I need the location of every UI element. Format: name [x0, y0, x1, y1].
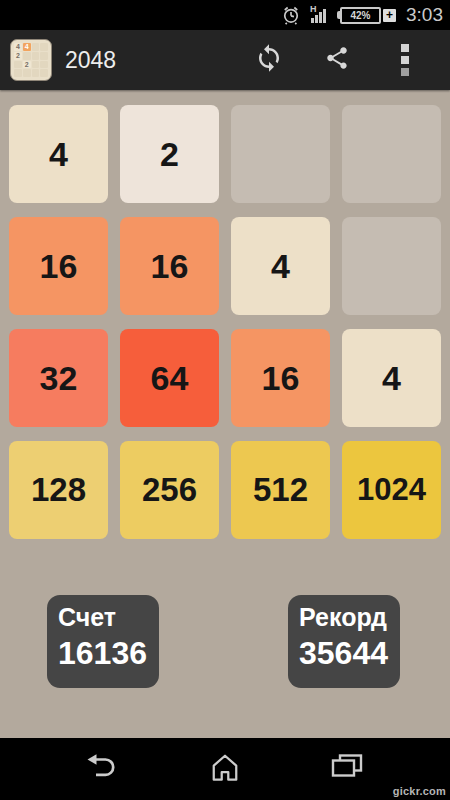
home-button[interactable] [210, 753, 240, 786]
empty-cell [342, 105, 441, 203]
app-title: 2048 [65, 47, 116, 74]
tile-16: 16 [231, 329, 330, 427]
app-bar-actions [254, 43, 440, 77]
app-icon-mini-cell [32, 61, 40, 69]
refresh-button[interactable] [254, 43, 284, 77]
tile-4: 4 [342, 329, 441, 427]
app-icon-mini-cell [32, 43, 40, 51]
signal-strength-icon: H [309, 5, 329, 25]
share-button[interactable] [322, 43, 352, 77]
recents-button[interactable] [330, 754, 363, 785]
tile-32: 32 [9, 329, 108, 427]
back-icon [84, 767, 116, 784]
tile-2: 2 [120, 105, 219, 203]
score-panel: Счет 16136 Рекорд 35644 [0, 595, 450, 688]
board[interactable]: 421616432641641282565121024 [0, 90, 450, 539]
app-icon-mini-tile-4: 4 [23, 43, 31, 51]
tile-4: 4 [9, 105, 108, 203]
recents-icon [330, 767, 363, 784]
charging-indicator: + [383, 9, 396, 22]
home-icon [210, 768, 240, 785]
clock-label: 3:03 [406, 4, 443, 26]
back-button[interactable] [84, 754, 116, 785]
app-icon-mini-cell [40, 69, 48, 77]
battery-icon: 42% + [337, 7, 396, 24]
overflow-icon [401, 44, 409, 76]
best-score-box: Рекорд 35644 [288, 595, 400, 688]
app-icon-mini-cell [40, 61, 48, 69]
alarm-icon [281, 5, 301, 25]
app-icon-mini-cell [40, 52, 48, 60]
app-icon-mini-tile-2: 2 [23, 61, 31, 69]
phone-screen: H 42% + 3:03 4422 2048 [0, 0, 450, 800]
sync-icon [254, 43, 284, 77]
app-icon-mini-cell [23, 69, 31, 77]
battery-percent-label: 42% [340, 7, 381, 24]
app-icon-mini-cell [40, 43, 48, 51]
app-icon-mini-cell [23, 52, 31, 60]
best-score-label: Рекорд [299, 602, 388, 633]
tile-16: 16 [120, 217, 219, 315]
app-bar: 4422 2048 [0, 30, 450, 90]
tile-1024: 1024 [342, 441, 441, 539]
best-score-value: 35644 [299, 633, 388, 673]
empty-cell [342, 217, 441, 315]
app-icon-2048: 4422 [10, 39, 52, 81]
tile-256: 256 [120, 441, 219, 539]
score-box: Счет 16136 [47, 595, 159, 688]
app-icon-mini-tile-2: 2 [14, 52, 22, 60]
tile-64: 64 [120, 329, 219, 427]
app-icon-mini-cell [32, 69, 40, 77]
tile-16: 16 [9, 217, 108, 315]
app-icon-mini-cell [32, 52, 40, 60]
empty-cell [231, 105, 330, 203]
tile-512: 512 [231, 441, 330, 539]
score-label: Счет [58, 602, 147, 633]
share-icon [324, 45, 350, 75]
tile-4: 4 [231, 217, 330, 315]
tile-128: 128 [9, 441, 108, 539]
status-bar: H 42% + 3:03 [0, 0, 450, 30]
navigation-bar: gickr.com [0, 738, 450, 800]
watermark: gickr.com [393, 785, 446, 797]
overflow-menu-button[interactable] [390, 43, 420, 77]
app-icon-mini-cell [14, 61, 22, 69]
app-icon-mini-cell [14, 69, 22, 77]
app-icon-mini-tile-4: 4 [14, 43, 22, 51]
score-value: 16136 [58, 633, 147, 673]
